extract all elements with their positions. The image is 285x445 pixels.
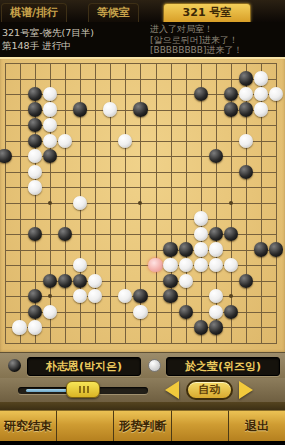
- stone-white: [163, 258, 177, 272]
- stone-black: [28, 134, 42, 148]
- grid-line: [5, 219, 278, 220]
- chat-log: 进入了对局室！ [알으로뒤머]进来了！ [BBBBBBBB]进来了！: [150, 24, 283, 56]
- grid-line: [5, 250, 278, 251]
- chat-line: [알으로뒤머]进来了！: [150, 35, 283, 46]
- star-point: [138, 201, 142, 205]
- stone-black: [133, 289, 147, 303]
- stone-white: [28, 320, 42, 334]
- slider-grip: [79, 386, 81, 393]
- slider-grip: [83, 386, 85, 393]
- stone-white: [58, 134, 72, 148]
- stone-white: [194, 258, 208, 272]
- stone-white: [43, 134, 57, 148]
- exit-button[interactable]: 退出: [229, 410, 285, 441]
- tab-room-321[interactable]: 321 号室: [163, 3, 251, 22]
- stone-white: [254, 71, 268, 85]
- chat-line: 进入了对局室！: [150, 24, 283, 35]
- stone-white: [209, 305, 223, 319]
- footer-button-blank-1[interactable]: [57, 410, 114, 441]
- stone-black: [224, 87, 238, 101]
- stone-white: [88, 289, 102, 303]
- tab-waiting-room[interactable]: 等候室: [88, 3, 139, 22]
- go-board[interactable]: [0, 57, 285, 354]
- stone-white: [118, 289, 132, 303]
- stone-black: [179, 305, 193, 319]
- grid-line: [186, 63, 187, 344]
- stone-black: [133, 102, 147, 116]
- stone-black: [179, 242, 193, 256]
- stone-white: [43, 118, 57, 132]
- stone-white: [209, 258, 223, 272]
- stone-black: [209, 320, 223, 334]
- stone-black: [224, 305, 238, 319]
- black-player-name: 朴志恩(박지은): [27, 357, 141, 376]
- grid-line: [156, 63, 157, 344]
- stone-white: [73, 289, 87, 303]
- stone-white: [209, 289, 223, 303]
- stone-white: [239, 134, 253, 148]
- stone-black: [73, 102, 87, 116]
- stone-white: [254, 87, 268, 101]
- stone-white: [12, 320, 26, 334]
- next-move-icon[interactable]: [239, 381, 253, 399]
- star-point: [229, 201, 233, 205]
- stone-white: [209, 242, 223, 256]
- stone-white: [224, 258, 238, 272]
- game-info-strip: 321号室-饶先(7目半) 第148手 进行中 进入了对局室！ [알으로뒤머]进…: [0, 22, 285, 57]
- slider-grip: [87, 386, 89, 393]
- stone-black: [73, 274, 87, 288]
- stone-black: [194, 87, 208, 101]
- stone-white: [118, 134, 132, 148]
- stone-black: [239, 102, 253, 116]
- stone-black: [209, 227, 223, 241]
- stone-white-last-move: [148, 258, 162, 272]
- stone-black: [163, 242, 177, 256]
- stone-black: [28, 289, 42, 303]
- auto-play-button[interactable]: 自动: [186, 380, 233, 400]
- bottom-bar: [0, 441, 285, 445]
- stone-black: [254, 242, 268, 256]
- stone-white: [43, 102, 57, 116]
- stone-black: [224, 102, 238, 116]
- stone-white: [239, 87, 253, 101]
- stone-white: [194, 227, 208, 241]
- position-judgment-button[interactable]: 形势判断: [114, 410, 171, 441]
- stone-black: [58, 227, 72, 241]
- stone-white: [179, 274, 193, 288]
- stone-black: [43, 149, 57, 163]
- star-point: [48, 201, 52, 205]
- white-player-name: 於之莹(위즈잉): [166, 357, 280, 376]
- black-stone-icon: [8, 359, 21, 372]
- move-slider-thumb[interactable]: [66, 381, 100, 398]
- footer-button-row: 研究结束 形势判断 退出: [0, 410, 285, 441]
- move-counter: 第148手 进行中: [2, 40, 71, 53]
- stone-black: [163, 289, 177, 303]
- stone-black: [28, 305, 42, 319]
- star-point: [229, 294, 233, 298]
- grid-line: [276, 63, 277, 344]
- stone-black: [163, 274, 177, 288]
- stone-white: [28, 165, 42, 179]
- stone-black: [28, 102, 42, 116]
- end-study-button[interactable]: 研究结束: [0, 410, 57, 441]
- stone-white: [28, 149, 42, 163]
- white-stone-icon: [148, 359, 161, 372]
- stone-black: [28, 227, 42, 241]
- stone-black: [239, 274, 253, 288]
- stone-black: [239, 165, 253, 179]
- stone-white: [43, 305, 57, 319]
- stone-black: [239, 71, 253, 85]
- stone-white: [73, 196, 87, 210]
- footer-divider: [0, 402, 285, 410]
- footer-button-blank-2[interactable]: [172, 410, 229, 441]
- stone-black: [43, 274, 57, 288]
- star-point: [48, 294, 52, 298]
- stone-white: [194, 242, 208, 256]
- stone-black: [194, 320, 208, 334]
- room-title: 321号室-饶先(7目半): [2, 27, 94, 40]
- stone-black: [28, 118, 42, 132]
- stone-white: [43, 87, 57, 101]
- stone-black: [58, 274, 72, 288]
- tab-bar: 棋谱/排行 等候室 321 号室: [0, 0, 285, 22]
- prev-move-icon[interactable]: [165, 381, 179, 399]
- stone-white: [28, 180, 42, 194]
- player-bar: 朴志恩(박지은) 於之莹(위즈잉): [0, 352, 285, 379]
- stone-black: [209, 149, 223, 163]
- stone-white: [254, 102, 268, 116]
- stone-white: [179, 258, 193, 272]
- chat-line: [BBBBBBBB]进来了！: [150, 45, 283, 56]
- stone-white: [269, 87, 283, 101]
- grid-line: [5, 327, 278, 328]
- stone-white: [133, 305, 147, 319]
- replay-controls: 自动: [0, 378, 285, 402]
- stone-white: [73, 258, 87, 272]
- stone-white: [194, 211, 208, 225]
- grid-line: [201, 63, 202, 344]
- stone-black: [0, 149, 12, 163]
- stone-black: [28, 87, 42, 101]
- grid-line: [5, 343, 278, 344]
- stone-black: [224, 227, 238, 241]
- tab-kifu-ranking[interactable]: 棋谱/排行: [1, 3, 67, 22]
- stone-white: [88, 274, 102, 288]
- stone-black: [269, 242, 283, 256]
- stone-white: [103, 102, 117, 116]
